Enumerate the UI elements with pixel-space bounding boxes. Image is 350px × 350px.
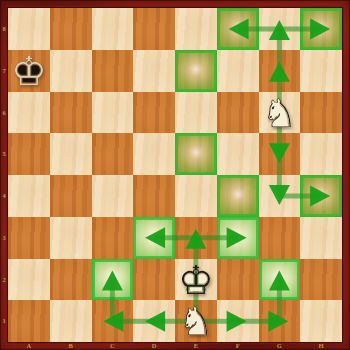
board-area: ♚♔♞♘♚♔♞♘ [8,8,342,342]
rank-label-5: 5 [0,133,8,175]
square-g5[interactable] [259,133,301,175]
square-e3[interactable] [175,217,217,259]
rank-label-7: 7 [0,50,8,92]
square-f8[interactable] [217,8,259,50]
square-c3[interactable] [92,217,134,259]
square-a3[interactable] [8,217,50,259]
highlight-f4 [217,175,259,217]
square-e6[interactable] [175,92,217,134]
square-d7[interactable] [133,50,175,92]
file-label-e: E [175,341,217,350]
square-e8[interactable] [175,8,217,50]
rank-label-1: 1 [0,300,8,342]
knight-glyph-outline: ♘ [259,92,301,134]
square-h8[interactable] [300,8,342,50]
square-b8[interactable] [50,8,92,50]
square-g4[interactable] [259,175,301,217]
square-d6[interactable] [133,92,175,134]
square-f6[interactable] [217,92,259,134]
square-f5[interactable] [217,133,259,175]
highlight-h4 [300,175,342,217]
square-a2[interactable] [8,259,50,301]
rank-label-6: 6 [0,92,8,134]
white-knight-g6[interactable]: ♞♘ [259,92,301,134]
white-king-e2[interactable]: ♚♔ [175,259,217,301]
file-label-b: B [50,341,92,350]
highlight-f8 [217,8,259,50]
square-h1[interactable] [300,300,342,342]
highlight-g2 [259,259,301,301]
square-a1[interactable] [8,300,50,342]
square-g2[interactable] [259,259,301,301]
square-c6[interactable] [92,92,134,134]
square-f7[interactable] [217,50,259,92]
king-glyph-outline: ♔ [175,259,217,301]
square-c1[interactable] [92,300,134,342]
square-h2[interactable] [300,259,342,301]
square-b5[interactable] [50,133,92,175]
square-a6[interactable] [8,92,50,134]
highlight-e5 [175,133,217,175]
file-label-d: D [133,341,175,350]
square-h5[interactable] [300,133,342,175]
rank-label-2: 2 [0,259,8,301]
rank-label-3: 3 [0,217,8,259]
square-d1[interactable] [133,300,175,342]
rank-label-4: 4 [0,175,8,217]
chess-board-frame: ♚♔♞♘♚♔♞♘ 87654321 ABCDEFGH [0,0,350,350]
white-knight-e1[interactable]: ♞♘ [175,300,217,342]
square-c5[interactable] [92,133,134,175]
king-glyph-outline: ♔ [8,50,50,92]
square-g7[interactable] [259,50,301,92]
square-f4[interactable] [217,175,259,217]
file-labels: ABCDEFGH [8,341,342,350]
square-h6[interactable] [300,92,342,134]
rank-labels: 87654321 [0,8,8,342]
square-h7[interactable] [300,50,342,92]
square-c7[interactable] [92,50,134,92]
square-c8[interactable] [92,8,134,50]
square-b3[interactable] [50,217,92,259]
square-d3[interactable] [133,217,175,259]
rank-label-8: 8 [0,8,8,50]
square-f1[interactable] [217,300,259,342]
square-g8[interactable] [259,8,301,50]
square-d5[interactable] [133,133,175,175]
file-label-h: H [300,341,342,350]
square-e4[interactable] [175,175,217,217]
square-d4[interactable] [133,175,175,217]
square-g1[interactable] [259,300,301,342]
square-e5[interactable] [175,133,217,175]
square-b4[interactable] [50,175,92,217]
square-a5[interactable] [8,133,50,175]
square-f3[interactable] [217,217,259,259]
square-f2[interactable] [217,259,259,301]
file-label-a: A [8,341,50,350]
square-d8[interactable] [133,8,175,50]
square-a8[interactable] [8,8,50,50]
square-a4[interactable] [8,175,50,217]
highlight-h8 [300,8,342,50]
square-g3[interactable] [259,217,301,259]
square-c4[interactable] [92,175,134,217]
file-label-f: F [217,341,259,350]
square-h4[interactable] [300,175,342,217]
highlight-e7 [175,50,217,92]
square-e7[interactable] [175,50,217,92]
square-d2[interactable] [133,259,175,301]
highlight-d3 [133,217,175,259]
highlight-f3 [217,217,259,259]
highlight-c2 [92,259,134,301]
square-h3[interactable] [300,217,342,259]
square-b1[interactable] [50,300,92,342]
square-b6[interactable] [50,92,92,134]
file-label-g: G [259,341,301,350]
square-c2[interactable] [92,259,134,301]
file-label-c: C [92,341,134,350]
black-king-a7[interactable]: ♚♔ [8,50,50,92]
square-b2[interactable] [50,259,92,301]
square-b7[interactable] [50,50,92,92]
knight-glyph-outline: ♘ [175,300,217,342]
